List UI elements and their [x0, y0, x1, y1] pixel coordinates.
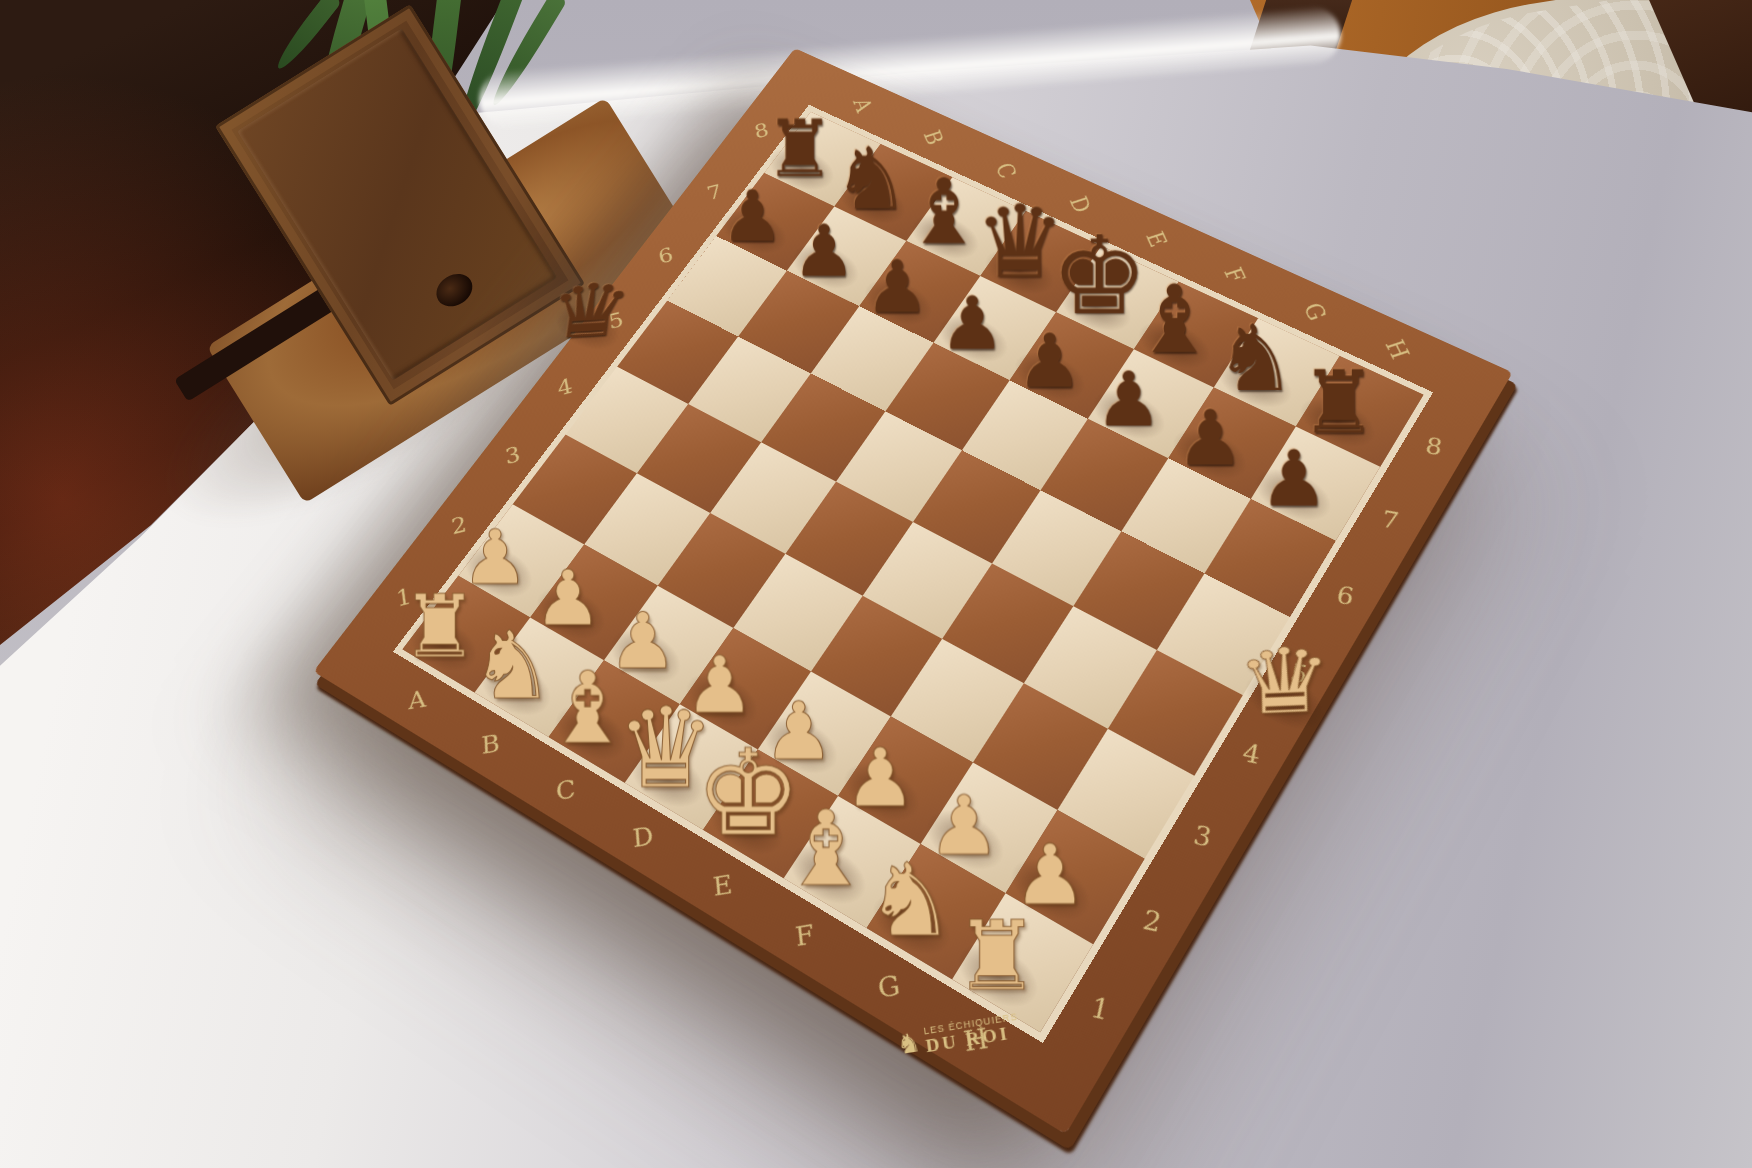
file-label-bottom-A: A — [402, 683, 433, 716]
photo-scene: ♜♞♝♛♚♝♞♜♟♟♟♟♟♟♟♟♟♟♟♟♟♟♟♟♜♞♝♛♚♝♞♜ 88AA77B… — [0, 0, 1752, 1168]
brand-knight-icon: ♞ — [895, 1029, 922, 1059]
file-label-bottom-B: B — [474, 727, 505, 761]
file-label-bottom-D: D — [626, 819, 659, 854]
file-label-top-F: F — [1216, 259, 1254, 291]
dark-pawn[interactable]: ♟ — [1083, 361, 1175, 436]
file-label-bottom-F: F — [786, 916, 822, 953]
file-label-bottom-E: E — [705, 867, 739, 903]
dark-knight[interactable]: ♞ — [1209, 314, 1301, 405]
rank-label-right-5: 5 — [1281, 655, 1318, 690]
dark-queen[interactable]: ♛ — [542, 272, 637, 350]
light-rook[interactable]: ♜ — [945, 908, 1049, 1004]
file-label-top-C: C — [988, 155, 1023, 185]
rank-label-left-4: 4 — [549, 371, 581, 402]
file-label-bottom-C: C — [549, 772, 581, 806]
rank-label-left-3: 3 — [497, 439, 529, 471]
rank-label-left-6: 6 — [650, 240, 682, 269]
brand-logo: ♞ LES ÉCHIQUIERS DU ROI — [895, 1005, 1065, 1061]
rank-label-right-2: 2 — [1133, 901, 1172, 940]
rank-label-right-6: 6 — [1327, 578, 1364, 612]
file-label-bottom-G: G — [870, 967, 907, 1005]
rank-label-right-1: 1 — [1081, 988, 1121, 1028]
dark-bishop[interactable]: ♝ — [1129, 273, 1220, 367]
dark-king[interactable]: ♚ — [1051, 221, 1141, 329]
dark-pawn[interactable]: ♟ — [1004, 323, 1095, 397]
dark-pawn[interactable]: ♟ — [1163, 400, 1257, 476]
rank-label-right-8: 8 — [1416, 430, 1451, 461]
file-label-top-B: B — [916, 122, 950, 151]
file-label-top-A: A — [846, 90, 880, 119]
dark-rook[interactable]: ♜ — [1292, 358, 1386, 445]
dark-pawn[interactable]: ♟ — [1246, 441, 1341, 519]
rank-label-right-7: 7 — [1373, 503, 1409, 536]
rank-label-right-4: 4 — [1233, 735, 1271, 771]
rank-label-right-3: 3 — [1184, 817, 1223, 854]
